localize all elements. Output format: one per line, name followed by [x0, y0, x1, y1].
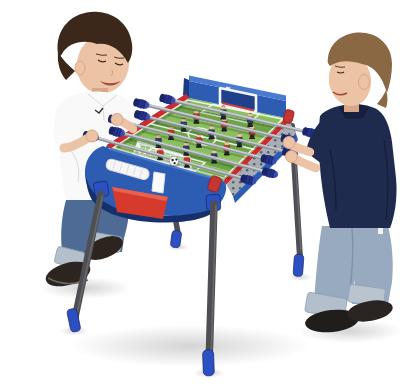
boy-right-hand [283, 137, 295, 149]
boy-right-ear [359, 75, 370, 90]
boy-left-ear [75, 61, 85, 75]
boy-right-jeans-tag [378, 228, 383, 234]
product-photo: Two young boys playing at a blue childre… [0, 0, 400, 390]
foosball-scene: Two young boys playing at a blue childre… [0, 0, 400, 390]
hang-tag [152, 172, 165, 193]
boy-right-hand [286, 151, 298, 163]
boy-left-hand [111, 114, 123, 126]
boy-left-hand [86, 130, 98, 142]
boy-right-shirt [319, 104, 397, 228]
boy-left-sleeve-left [54, 104, 74, 148]
